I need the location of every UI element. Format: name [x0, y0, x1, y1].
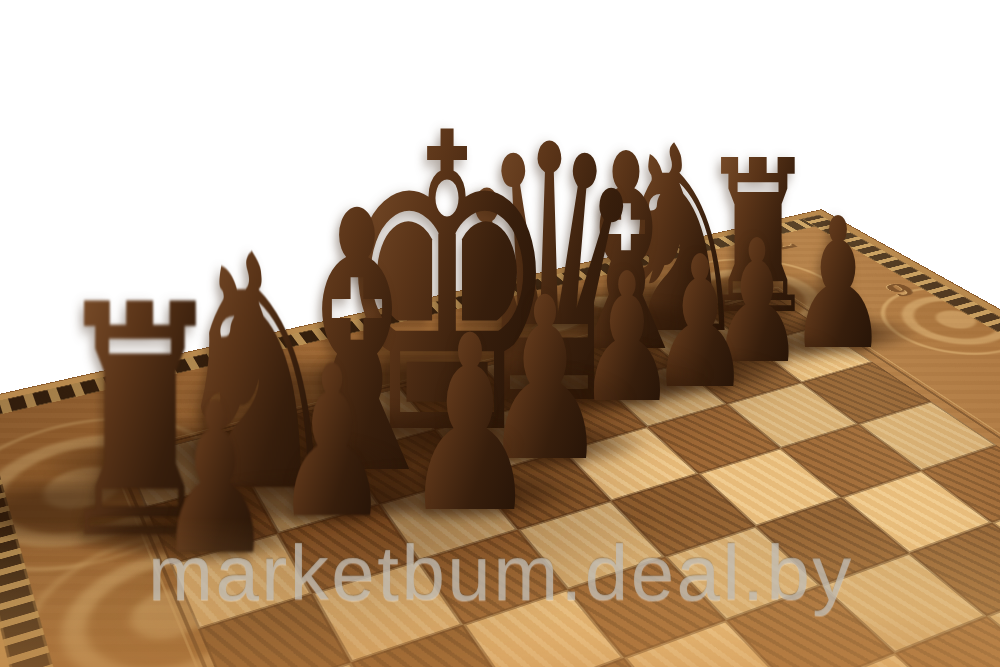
product-photo-stage: 7 6 ♜♞♝♚♛♝♞♜♟♟♟♟♟♟♟♟ marketbum.deal.by	[0, 0, 1000, 667]
watermark-text: marketbum.deal.by	[148, 528, 854, 619]
